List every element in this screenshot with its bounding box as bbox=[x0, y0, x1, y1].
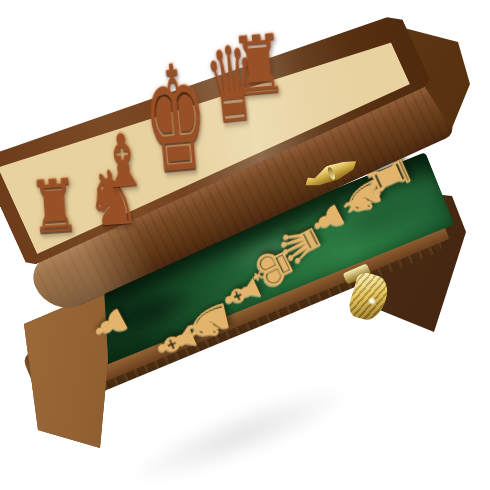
standing-dark-rook: ♜ bbox=[27, 170, 82, 246]
chess-set-product-photo: ♜♞♝♚♛♜♟♝♞♝♚♛♟♞♜ bbox=[0, 0, 490, 490]
standing-dark-king: ♚ bbox=[138, 44, 213, 194]
standing-dark-rook: ♜ bbox=[228, 23, 289, 109]
clasp-glint-highlight bbox=[368, 297, 376, 305]
standing-dark-bishop: ♝ bbox=[96, 122, 149, 199]
